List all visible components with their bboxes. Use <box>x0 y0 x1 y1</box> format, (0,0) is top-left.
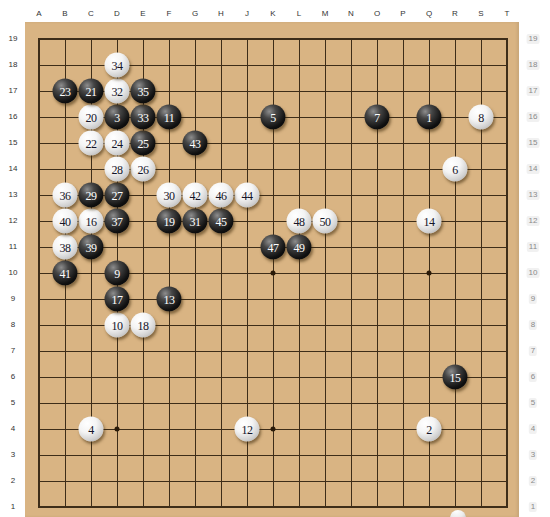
grid-line-vertical <box>325 39 326 507</box>
row-label-left-16: 16 <box>9 113 18 121</box>
stone-white-48: 48 <box>287 209 312 234</box>
stone-number: 49 <box>294 241 305 253</box>
stone-number: 14 <box>424 215 435 227</box>
column-label-R: R <box>452 10 458 18</box>
stone-white-12: 12 <box>235 417 260 442</box>
stone-black-7: 7 <box>365 105 390 130</box>
stone-white-38: 38 <box>53 235 78 260</box>
go-diagram: ABCDEFGHJKLMNOPQRST 19181716151413121110… <box>0 0 550 517</box>
column-label-N: N <box>348 10 354 18</box>
row-label-right-3: 3 <box>529 450 537 460</box>
row-label-right-2: 2 <box>529 476 537 486</box>
stone-white-14: 14 <box>417 209 442 234</box>
stone-number: 12 <box>242 423 253 435</box>
stone-number: 23 <box>60 85 71 97</box>
row-label-left-13: 13 <box>9 191 18 199</box>
stone-number: 37 <box>112 215 123 227</box>
row-label-left-15: 15 <box>9 139 18 147</box>
stone-number: 34 <box>112 59 123 71</box>
stone-number: 17 <box>112 293 123 305</box>
row-label-right-12: 12 <box>527 216 540 226</box>
stone-white-28: 28 <box>105 157 130 182</box>
stone-number: 10 <box>112 319 123 331</box>
row-label-right-15: 15 <box>527 138 540 148</box>
stone-number: 50 <box>320 215 331 227</box>
stone-white-2: 2 <box>417 417 442 442</box>
column-label-D: D <box>114 10 120 18</box>
row-label-right-13: 13 <box>527 190 540 200</box>
stone-black-13: 13 <box>157 287 182 312</box>
stone-black-29: 29 <box>79 183 104 208</box>
stone-black-21: 21 <box>79 79 104 104</box>
stone-number: 20 <box>86 111 97 123</box>
stone-number: 35 <box>138 85 149 97</box>
stone-number: 7 <box>374 111 380 123</box>
column-label-H: H <box>218 10 224 18</box>
row-label-left-1: 1 <box>11 503 15 511</box>
stone-number: 47 <box>268 241 279 253</box>
row-label-right-5: 5 <box>529 398 537 408</box>
star-point-K10 <box>271 271 276 276</box>
stone-number: 6 <box>452 163 458 175</box>
stone-black-25: 25 <box>131 131 156 156</box>
column-label-T: T <box>505 10 510 18</box>
stone-number: 13 <box>164 293 175 305</box>
grid-line-horizontal <box>39 377 507 378</box>
stone-number: 18 <box>138 319 149 331</box>
row-label-left-5: 5 <box>11 399 15 407</box>
stone-number: 3 <box>114 111 120 123</box>
stone-white-26: 26 <box>131 157 156 182</box>
row-label-right-11: 11 <box>527 242 539 252</box>
row-label-right-17: 17 <box>527 86 540 96</box>
column-label-K: K <box>270 10 275 18</box>
stone-number: 42 <box>190 189 201 201</box>
row-label-left-3: 3 <box>11 451 15 459</box>
stone-number: 21 <box>86 85 97 97</box>
row-label-left-19: 19 <box>9 35 18 43</box>
column-label-E: E <box>140 10 145 18</box>
row-label-left-12: 12 <box>9 217 18 225</box>
stone-white-46: 46 <box>209 183 234 208</box>
stone-white-18: 18 <box>131 313 156 338</box>
stone-number: 1 <box>426 111 432 123</box>
stone-white-6: 6 <box>443 157 468 182</box>
stone-number: 41 <box>60 267 71 279</box>
row-label-right-10: 10 <box>527 268 540 278</box>
row-label-left-8: 8 <box>11 321 15 329</box>
stone-number: 27 <box>112 189 123 201</box>
stone-number: 46 <box>216 189 227 201</box>
stone-number: 31 <box>190 215 201 227</box>
column-label-A: A <box>36 10 41 18</box>
stone-number: 30 <box>164 189 175 201</box>
stone-black-3: 3 <box>105 105 130 130</box>
column-label-G: G <box>192 10 198 18</box>
stone-number: 11 <box>164 111 175 123</box>
grid-line-vertical <box>455 39 456 507</box>
column-label-L: L <box>297 10 301 18</box>
row-label-right-6: 6 <box>529 372 537 382</box>
stone-white-36: 36 <box>53 183 78 208</box>
grid-line-vertical <box>403 39 404 507</box>
row-label-left-9: 9 <box>11 295 15 303</box>
grid-line-horizontal <box>39 455 507 456</box>
column-label-M: M <box>322 10 329 18</box>
stone-black-1: 1 <box>417 105 442 130</box>
row-label-right-18: 18 <box>527 60 540 70</box>
stone-white-42: 42 <box>183 183 208 208</box>
grid-line-horizontal <box>39 351 507 352</box>
stone-number: 33 <box>138 111 149 123</box>
column-label-S: S <box>478 10 483 18</box>
stone-black-33: 33 <box>131 105 156 130</box>
star-point-D4 <box>115 427 120 432</box>
stone-number: 19 <box>164 215 175 227</box>
stone-number: 39 <box>86 241 97 253</box>
row-label-left-10: 10 <box>9 269 18 277</box>
stone-number: 25 <box>138 137 149 149</box>
stone-black-5: 5 <box>261 105 286 130</box>
row-label-right-9: 9 <box>529 294 537 304</box>
stone-number: 22 <box>86 137 97 149</box>
stone-black-9: 9 <box>105 261 130 286</box>
stone-number: 24 <box>112 137 123 149</box>
column-label-P: P <box>400 10 405 18</box>
row-label-left-7: 7 <box>11 347 15 355</box>
stone-white-50: 50 <box>313 209 338 234</box>
stone-white-40: 40 <box>53 209 78 234</box>
stone-black-49: 49 <box>287 235 312 260</box>
stone-white-10: 10 <box>105 313 130 338</box>
row-label-left-14: 14 <box>9 165 18 173</box>
column-label-J: J <box>245 10 249 18</box>
stone-black-35: 35 <box>131 79 156 104</box>
stone-number: 38 <box>60 241 71 253</box>
stone-number: 29 <box>86 189 97 201</box>
grid-line-vertical <box>351 39 352 507</box>
stone-white-8: 8 <box>469 105 494 130</box>
stone-number: 32 <box>112 85 123 97</box>
stone-black-43: 43 <box>183 131 208 156</box>
row-label-left-18: 18 <box>9 61 18 69</box>
stone-black-17: 17 <box>105 287 130 312</box>
stone-number: 16 <box>86 215 97 227</box>
row-label-left-11: 11 <box>9 243 17 251</box>
row-label-left-6: 6 <box>11 373 15 381</box>
stone-number: 4 <box>88 423 94 435</box>
stone-black-15: 15 <box>443 365 468 390</box>
stone-white-24: 24 <box>105 131 130 156</box>
row-label-right-16: 16 <box>527 112 540 122</box>
stone-black-37: 37 <box>105 209 130 234</box>
stone-black-27: 27 <box>105 183 130 208</box>
row-label-right-4: 4 <box>529 424 537 434</box>
row-label-right-7: 7 <box>529 346 537 356</box>
stone-white-34: 34 <box>105 53 130 78</box>
grid-line-horizontal <box>39 481 507 482</box>
stone-white-20: 20 <box>79 105 104 130</box>
row-label-left-4: 4 <box>11 425 15 433</box>
stone-number: 26 <box>138 163 149 175</box>
stone-number: 43 <box>190 137 201 149</box>
stone-black-39: 39 <box>79 235 104 260</box>
stone-number: 45 <box>216 215 227 227</box>
row-label-right-14: 14 <box>527 164 540 174</box>
row-label-right-8: 8 <box>529 320 537 330</box>
stone-black-47: 47 <box>261 235 286 260</box>
stone-white-4: 4 <box>79 417 104 442</box>
row-label-left-2: 2 <box>11 477 15 485</box>
stone-number: 5 <box>270 111 276 123</box>
stone-black-23: 23 <box>53 79 78 104</box>
column-label-B: B <box>62 10 67 18</box>
stone-black-31: 31 <box>183 209 208 234</box>
stone-black-11: 11 <box>157 105 182 130</box>
stone-black-41: 41 <box>53 261 78 286</box>
stone-number: 28 <box>112 163 123 175</box>
column-label-O: O <box>374 10 380 18</box>
row-label-right-19: 19 <box>527 34 540 44</box>
column-label-C: C <box>88 10 94 18</box>
stone-number: 48 <box>294 215 305 227</box>
stone-white-44: 44 <box>235 183 260 208</box>
star-point-Q10 <box>427 271 432 276</box>
stone-number: 15 <box>450 371 461 383</box>
stone-number: 40 <box>60 215 71 227</box>
row-label-left-17: 17 <box>9 87 18 95</box>
column-label-Q: Q <box>426 10 432 18</box>
stone-white-16: 16 <box>79 209 104 234</box>
stone-white-30: 30 <box>157 183 182 208</box>
stone-black-45: 45 <box>209 209 234 234</box>
stone-white-22: 22 <box>79 131 104 156</box>
column-label-F: F <box>167 10 172 18</box>
stone-black-19: 19 <box>157 209 182 234</box>
stone-number: 8 <box>478 111 484 123</box>
stone-number: 36 <box>60 189 71 201</box>
stone-number: 44 <box>242 189 253 201</box>
grid-line-vertical <box>299 39 300 507</box>
stone-number: 9 <box>114 267 120 279</box>
grid-line-horizontal <box>39 403 507 404</box>
stone-white-32: 32 <box>105 79 130 104</box>
star-point-K4 <box>271 427 276 432</box>
stone-number: 2 <box>426 423 432 435</box>
row-label-right-1: 1 <box>529 502 537 512</box>
